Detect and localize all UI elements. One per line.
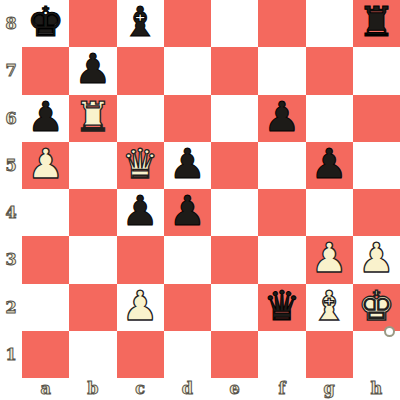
square-h5[interactable] [353, 142, 400, 189]
file-label-h: h [353, 378, 400, 400]
square-a5[interactable]: ♟ [22, 142, 69, 189]
square-g7[interactable] [306, 47, 353, 94]
square-f8[interactable] [258, 0, 305, 47]
square-d4[interactable]: ♟ [164, 189, 211, 236]
square-c7[interactable] [117, 47, 164, 94]
square-h2[interactable]: ♚ [353, 284, 400, 331]
square-c1[interactable] [117, 331, 164, 378]
rank-label-8: 8 [0, 0, 22, 47]
square-g1[interactable] [306, 331, 353, 378]
black-pawn[interactable]: ♟ [122, 191, 159, 232]
square-h7[interactable] [353, 47, 400, 94]
square-a6[interactable]: ♟ [22, 95, 69, 142]
square-c3[interactable] [117, 236, 164, 283]
file-label-c: c [117, 378, 164, 400]
square-d1[interactable] [164, 331, 211, 378]
square-g5[interactable]: ♟ [306, 142, 353, 189]
square-g4[interactable] [306, 189, 353, 236]
square-h4[interactable] [353, 189, 400, 236]
black-pawn[interactable]: ♟ [74, 49, 111, 90]
square-d7[interactable] [164, 47, 211, 94]
square-f2[interactable]: ♛ [258, 284, 305, 331]
square-b8[interactable] [69, 0, 116, 47]
square-f4[interactable] [258, 189, 305, 236]
square-c6[interactable] [117, 95, 164, 142]
white-pawn[interactable]: ♟ [27, 144, 64, 185]
square-e1[interactable] [211, 331, 258, 378]
square-a2[interactable] [22, 284, 69, 331]
square-e8[interactable] [211, 0, 258, 47]
rank-labels: 87654321 [0, 0, 22, 378]
square-f3[interactable] [258, 236, 305, 283]
square-b5[interactable] [69, 142, 116, 189]
file-label-g: g [306, 378, 353, 400]
square-a1[interactable] [22, 331, 69, 378]
square-f1[interactable] [258, 331, 305, 378]
square-a4[interactable] [22, 189, 69, 236]
square-c2[interactable]: ♟ [117, 284, 164, 331]
square-a8[interactable]: ♚ [22, 0, 69, 47]
square-f5[interactable] [258, 142, 305, 189]
black-rook[interactable]: ♜ [358, 2, 395, 43]
square-d8[interactable] [164, 0, 211, 47]
square-b6[interactable]: ♜ [69, 95, 116, 142]
square-b7[interactable]: ♟ [69, 47, 116, 94]
black-pawn[interactable]: ♟ [169, 191, 206, 232]
square-d5[interactable]: ♟ [164, 142, 211, 189]
white-king[interactable]: ♚ [358, 286, 395, 327]
square-h3[interactable]: ♟ [353, 236, 400, 283]
square-h8[interactable]: ♜ [353, 0, 400, 47]
black-king[interactable]: ♚ [27, 2, 64, 43]
file-label-a: a [22, 378, 69, 400]
square-f7[interactable] [258, 47, 305, 94]
square-c4[interactable]: ♟ [117, 189, 164, 236]
square-d6[interactable] [164, 95, 211, 142]
square-a7[interactable] [22, 47, 69, 94]
file-label-d: d [164, 378, 211, 400]
white-pawn[interactable]: ♟ [122, 286, 159, 327]
square-g3[interactable]: ♟ [306, 236, 353, 283]
black-pawn[interactable]: ♟ [311, 144, 348, 185]
white-to-move-dot [384, 326, 395, 337]
square-b3[interactable] [69, 236, 116, 283]
black-queen[interactable]: ♛ [263, 286, 300, 327]
rank-label-1: 1 [0, 331, 22, 378]
square-e2[interactable] [211, 284, 258, 331]
square-d3[interactable] [164, 236, 211, 283]
square-c5[interactable]: ♛ [117, 142, 164, 189]
rank-label-7: 7 [0, 47, 22, 94]
black-pawn[interactable]: ♟ [27, 97, 64, 138]
white-queen[interactable]: ♛ [122, 144, 159, 185]
chess-board: ♚♝♜♟♟♜♟♟♛♟♟♟♟♟♟♟♛♝♚ [22, 0, 400, 378]
square-e4[interactable] [211, 189, 258, 236]
square-b2[interactable] [69, 284, 116, 331]
white-pawn[interactable]: ♟ [358, 238, 395, 279]
square-g8[interactable] [306, 0, 353, 47]
rank-label-6: 6 [0, 95, 22, 142]
square-e6[interactable] [211, 95, 258, 142]
square-c8[interactable]: ♝ [117, 0, 164, 47]
rank-label-3: 3 [0, 236, 22, 283]
square-d2[interactable] [164, 284, 211, 331]
square-h1[interactable] [353, 331, 400, 378]
square-f6[interactable]: ♟ [258, 95, 305, 142]
white-pawn[interactable]: ♟ [311, 238, 348, 279]
rank-label-4: 4 [0, 189, 22, 236]
black-pawn[interactable]: ♟ [169, 144, 206, 185]
file-labels: abcdefgh [22, 378, 400, 400]
file-label-b: b [69, 378, 116, 400]
rank-label-5: 5 [0, 142, 22, 189]
square-g2[interactable]: ♝ [306, 284, 353, 331]
square-e3[interactable] [211, 236, 258, 283]
chess-app: 87654321 ♚♝♜♟♟♜♟♟♛♟♟♟♟♟♟♟♛♝♚ abcdefgh [0, 0, 400, 400]
square-h6[interactable] [353, 95, 400, 142]
square-e7[interactable] [211, 47, 258, 94]
square-e5[interactable] [211, 142, 258, 189]
white-rook[interactable]: ♜ [74, 97, 111, 138]
square-a3[interactable] [22, 236, 69, 283]
black-pawn[interactable]: ♟ [263, 97, 300, 138]
file-label-e: e [211, 378, 258, 400]
white-bishop[interactable]: ♝ [311, 286, 348, 327]
square-b4[interactable] [69, 189, 116, 236]
black-bishop[interactable]: ♝ [122, 2, 159, 43]
file-label-f: f [258, 378, 305, 400]
square-g6[interactable] [306, 95, 353, 142]
rank-label-2: 2 [0, 284, 22, 331]
square-b1[interactable] [69, 331, 116, 378]
